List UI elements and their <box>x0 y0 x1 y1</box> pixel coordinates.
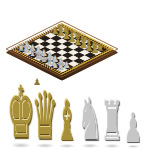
chess-set-product-photo: ♜♞♝♛♚♝♞♜♟♟♟♟♟♟♟♟♟♟♟♟♟♟♟♟♜♞♝♛♚♝♞♜ ♟ ♚ ♛ ♝… <box>0 0 150 150</box>
display-piece-silver-rook: ♜ <box>99 94 125 148</box>
board-wood-frame: ♜♞♝♛♚♝♞♜♟♟♟♟♟♟♟♟♟♟♟♟♟♟♟♟♜♞♝♛♚♝♞♜ <box>5 21 118 78</box>
board-grid: ♜♞♝♛♚♝♞♜♟♟♟♟♟♟♟♟♟♟♟♟♟♟♟♟♜♞♝♛♚♝♞♜ <box>17 27 108 72</box>
chess-board-3d: ♜♞♝♛♚♝♞♜♟♟♟♟♟♟♟♟♟♟♟♟♟♟♟♟♜♞♝♛♚♝♞♜ <box>5 21 118 78</box>
display-piece-silver-pawn: ♟ <box>123 107 144 148</box>
silver-rook: ♜ <box>57 63 65 72</box>
board-meander-border: ♜♞♝♛♚♝♞♜♟♟♟♟♟♟♟♟♟♟♟♟♟♟♟♟♜♞♝♛♚♝♞♜ <box>10 23 115 75</box>
